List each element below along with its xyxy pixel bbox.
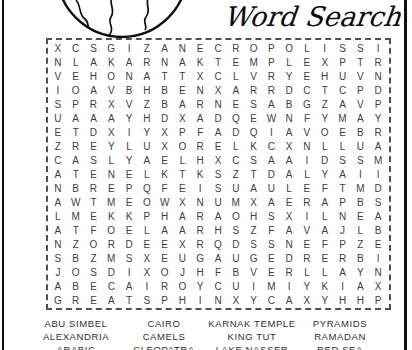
- grid-cell[interactable]: R: [138, 55, 156, 69]
- grid-cell[interactable]: E: [85, 293, 103, 307]
- grid-cell[interactable]: E: [156, 251, 174, 265]
- grid-cell[interactable]: R: [102, 237, 120, 251]
- grid-cell[interactable]: Q: [245, 125, 263, 139]
- grid-cell[interactable]: U: [227, 279, 245, 293]
- grid-cell[interactable]: X: [298, 293, 316, 307]
- grid-cell[interactable]: Y: [351, 265, 369, 279]
- grid-cell[interactable]: A: [138, 153, 156, 167]
- grid-cell[interactable]: S: [245, 97, 263, 111]
- grid-cell[interactable]: V: [351, 97, 369, 111]
- grid-cell[interactable]: R: [369, 125, 387, 139]
- grid-cell[interactable]: E: [298, 181, 316, 195]
- grid-cell[interactable]: S: [245, 237, 263, 251]
- grid-cell[interactable]: G: [298, 97, 316, 111]
- grid-cell[interactable]: P: [334, 195, 352, 209]
- grid-cell[interactable]: D: [85, 125, 103, 139]
- grid-cell[interactable]: H: [245, 209, 263, 223]
- grid-cell[interactable]: A: [85, 111, 103, 125]
- grid-cell[interactable]: Y: [245, 293, 263, 307]
- grid-cell[interactable]: L: [280, 181, 298, 195]
- grid-cell[interactable]: E: [85, 279, 103, 293]
- grid-cell[interactable]: I: [369, 251, 387, 265]
- grid-cell[interactable]: N: [334, 209, 352, 223]
- grid-cell[interactable]: T: [334, 181, 352, 195]
- grid-cell[interactable]: K: [316, 279, 334, 293]
- grid-cell[interactable]: K: [102, 209, 120, 223]
- grid-cell[interactable]: E: [85, 167, 103, 181]
- grid-cell[interactable]: O: [245, 41, 263, 55]
- grid-cell[interactable]: M: [227, 195, 245, 209]
- grid-cell[interactable]: P: [334, 237, 352, 251]
- grid-cell[interactable]: R: [85, 181, 103, 195]
- grid-cell[interactable]: Y: [298, 279, 316, 293]
- grid-cell[interactable]: F: [316, 181, 334, 195]
- grid-cell[interactable]: S: [49, 97, 67, 111]
- grid-cell[interactable]: Z: [316, 97, 334, 111]
- grid-cell[interactable]: I: [316, 41, 334, 55]
- grid-cell[interactable]: A: [191, 111, 209, 125]
- grid-cell[interactable]: Q: [227, 111, 245, 125]
- grid-cell[interactable]: Z: [351, 237, 369, 251]
- grid-cell[interactable]: U: [49, 111, 67, 125]
- grid-cell[interactable]: I: [191, 293, 209, 307]
- grid-cell[interactable]: C: [334, 83, 352, 97]
- grid-cell[interactable]: H: [209, 223, 227, 237]
- grid-cell[interactable]: T: [85, 195, 103, 209]
- grid-cell[interactable]: Z: [227, 167, 245, 181]
- grid-cell[interactable]: A: [49, 167, 67, 181]
- grid-cell[interactable]: F: [316, 237, 334, 251]
- grid-cell[interactable]: S: [351, 153, 369, 167]
- grid-cell[interactable]: Y: [191, 279, 209, 293]
- grid-cell[interactable]: M: [262, 279, 280, 293]
- grid-cell[interactable]: D: [280, 251, 298, 265]
- grid-cell[interactable]: I: [120, 265, 138, 279]
- grid-cell[interactable]: O: [156, 265, 174, 279]
- grid-cell[interactable]: T: [120, 293, 138, 307]
- grid-cell[interactable]: S: [85, 41, 103, 55]
- grid-cell[interactable]: L: [102, 153, 120, 167]
- grid-cell[interactable]: V: [102, 83, 120, 97]
- grid-cell[interactable]: Z: [138, 41, 156, 55]
- grid-cell[interactable]: D: [316, 153, 334, 167]
- grid-cell[interactable]: O: [227, 209, 245, 223]
- grid-cell[interactable]: U: [334, 69, 352, 83]
- grid-cell[interactable]: I: [262, 125, 280, 139]
- grid-cell[interactable]: R: [245, 83, 263, 97]
- grid-cell[interactable]: A: [85, 55, 103, 69]
- grid-cell[interactable]: M: [369, 153, 387, 167]
- grid-cell[interactable]: E: [262, 265, 280, 279]
- grid-cell[interactable]: L: [49, 209, 67, 223]
- grid-cell[interactable]: R: [280, 265, 298, 279]
- grid-cell[interactable]: R: [191, 139, 209, 153]
- grid-cell[interactable]: N: [156, 55, 174, 69]
- grid-cell[interactable]: L: [298, 41, 316, 55]
- grid-cell[interactable]: A: [102, 111, 120, 125]
- grid-cell[interactable]: E: [120, 223, 138, 237]
- grid-cell[interactable]: U: [351, 139, 369, 153]
- grid-cell[interactable]: I: [280, 279, 298, 293]
- grid-cell[interactable]: H: [138, 111, 156, 125]
- grid-cell[interactable]: R: [156, 279, 174, 293]
- grid-cell[interactable]: E: [85, 139, 103, 153]
- grid-cell[interactable]: L: [351, 223, 369, 237]
- grid-cell[interactable]: C: [209, 69, 227, 83]
- grid-cell[interactable]: L: [227, 139, 245, 153]
- grid-cell[interactable]: D: [369, 83, 387, 97]
- grid-cell[interactable]: K: [245, 139, 263, 153]
- grid-cell[interactable]: R: [67, 293, 85, 307]
- grid-cell[interactable]: S: [209, 181, 227, 195]
- grid-cell[interactable]: X: [102, 125, 120, 139]
- grid-cell[interactable]: C: [209, 279, 227, 293]
- grid-cell[interactable]: H: [316, 69, 334, 83]
- grid-cell[interactable]: E: [156, 237, 174, 251]
- grid-cell[interactable]: A: [174, 97, 192, 111]
- grid-cell[interactable]: I: [298, 209, 316, 223]
- grid-cell[interactable]: X: [49, 41, 67, 55]
- grid-cell[interactable]: R: [298, 251, 316, 265]
- grid-cell[interactable]: T: [351, 55, 369, 69]
- grid-cell[interactable]: P: [351, 83, 369, 97]
- grid-cell[interactable]: J: [49, 265, 67, 279]
- grid-cell[interactable]: H: [85, 69, 103, 83]
- grid-cell[interactable]: A: [280, 125, 298, 139]
- grid-cell[interactable]: Z: [138, 97, 156, 111]
- grid-cell[interactable]: U: [209, 195, 227, 209]
- grid-cell[interactable]: E: [227, 55, 245, 69]
- grid-cell[interactable]: S: [334, 41, 352, 55]
- grid-cell[interactable]: D: [227, 125, 245, 139]
- grid-cell[interactable]: S: [209, 167, 227, 181]
- grid-cell[interactable]: A: [174, 55, 192, 69]
- grid-cell[interactable]: U: [227, 181, 245, 195]
- grid-cell[interactable]: X: [138, 251, 156, 265]
- grid-cell[interactable]: D: [262, 167, 280, 181]
- grid-cell[interactable]: A: [262, 97, 280, 111]
- grid-cell[interactable]: A: [334, 265, 352, 279]
- grid-cell[interactable]: J: [334, 223, 352, 237]
- grid-cell[interactable]: C: [209, 41, 227, 55]
- grid-cell[interactable]: O: [102, 223, 120, 237]
- grid-cell[interactable]: A: [67, 111, 85, 125]
- grid-cell[interactable]: R: [227, 41, 245, 55]
- grid-cell[interactable]: X: [156, 139, 174, 153]
- grid-cell[interactable]: Y: [102, 139, 120, 153]
- grid-cell[interactable]: N: [102, 167, 120, 181]
- grid-cell[interactable]: E: [49, 125, 67, 139]
- grid-cell[interactable]: L: [280, 55, 298, 69]
- grid-cell[interactable]: O: [316, 125, 334, 139]
- grid-cell[interactable]: I: [191, 181, 209, 195]
- grid-cell[interactable]: A: [156, 223, 174, 237]
- grid-cell[interactable]: L: [334, 139, 352, 153]
- grid-cell[interactable]: T: [67, 223, 85, 237]
- grid-cell[interactable]: A: [351, 111, 369, 125]
- grid-cell[interactable]: I: [351, 167, 369, 181]
- grid-cell[interactable]: B: [120, 83, 138, 97]
- grid-cell[interactable]: N: [49, 181, 67, 195]
- grid-cell[interactable]: M: [102, 251, 120, 265]
- grid-cell[interactable]: A: [316, 223, 334, 237]
- grid-cell[interactable]: P: [120, 181, 138, 195]
- grid-cell[interactable]: I: [245, 279, 263, 293]
- grid-cell[interactable]: U: [138, 139, 156, 153]
- grid-cell[interactable]: R: [262, 83, 280, 97]
- grid-cell[interactable]: X: [369, 279, 387, 293]
- grid-cell[interactable]: S: [369, 195, 387, 209]
- grid-cell[interactable]: R: [262, 69, 280, 83]
- grid-cell[interactable]: N: [49, 55, 67, 69]
- grid-cell[interactable]: R: [191, 209, 209, 223]
- grid-cell[interactable]: N: [369, 265, 387, 279]
- grid-cell[interactable]: P: [334, 55, 352, 69]
- grid-cell[interactable]: K: [102, 55, 120, 69]
- grid-cell[interactable]: O: [67, 83, 85, 97]
- grid-cell[interactable]: X: [102, 97, 120, 111]
- grid-cell[interactable]: L: [298, 167, 316, 181]
- grid-cell[interactable]: T: [174, 167, 192, 181]
- grid-cell[interactable]: G: [191, 251, 209, 265]
- grid-cell[interactable]: B: [351, 251, 369, 265]
- grid-cell[interactable]: F: [209, 265, 227, 279]
- grid-cell[interactable]: D: [280, 83, 298, 97]
- grid-cell[interactable]: O: [280, 41, 298, 55]
- grid-cell[interactable]: A: [49, 195, 67, 209]
- grid-cell[interactable]: N: [280, 237, 298, 251]
- grid-cell[interactable]: L: [67, 55, 85, 69]
- grid-cell[interactable]: H: [174, 293, 192, 307]
- grid-cell[interactable]: E: [369, 237, 387, 251]
- grid-cell[interactable]: H: [334, 293, 352, 307]
- grid-cell[interactable]: N: [191, 83, 209, 97]
- grid-cell[interactable]: X: [174, 111, 192, 125]
- grid-cell[interactable]: T: [245, 167, 263, 181]
- grid-cell[interactable]: V: [120, 97, 138, 111]
- grid-cell[interactable]: A: [120, 279, 138, 293]
- grid-cell[interactable]: M: [334, 111, 352, 125]
- grid-cell[interactable]: A: [245, 181, 263, 195]
- grid-cell[interactable]: X: [174, 237, 192, 251]
- grid-cell[interactable]: A: [67, 153, 85, 167]
- grid-cell[interactable]: Y: [369, 111, 387, 125]
- grid-cell[interactable]: K: [156, 167, 174, 181]
- grid-cell[interactable]: T: [174, 69, 192, 83]
- grid-cell[interactable]: N: [369, 69, 387, 83]
- grid-cell[interactable]: R: [191, 237, 209, 251]
- grid-cell[interactable]: A: [120, 55, 138, 69]
- grid-cell[interactable]: E: [174, 83, 192, 97]
- grid-cell[interactable]: A: [280, 223, 298, 237]
- grid-cell[interactable]: Y: [316, 167, 334, 181]
- grid-cell[interactable]: E: [67, 69, 85, 83]
- grid-cell[interactable]: Q: [209, 237, 227, 251]
- grid-cell[interactable]: U: [174, 251, 192, 265]
- grid-cell[interactable]: F: [191, 125, 209, 139]
- grid-cell[interactable]: P: [67, 97, 85, 111]
- grid-cell[interactable]: X: [209, 83, 227, 97]
- grid-cell[interactable]: B: [67, 279, 85, 293]
- grid-cell[interactable]: U: [227, 251, 245, 265]
- grid-cell[interactable]: E: [262, 251, 280, 265]
- grid-cell[interactable]: P: [262, 41, 280, 55]
- grid-cell[interactable]: O: [102, 69, 120, 83]
- grid-cell[interactable]: A: [209, 251, 227, 265]
- grid-cell[interactable]: B: [351, 125, 369, 139]
- grid-cell[interactable]: S: [245, 153, 263, 167]
- grid-cell[interactable]: A: [334, 167, 352, 181]
- grid-cell[interactable]: H: [138, 83, 156, 97]
- grid-cell[interactable]: E: [85, 209, 103, 223]
- grid-cell[interactable]: N: [191, 195, 209, 209]
- grid-cell[interactable]: Y: [138, 125, 156, 139]
- grid-cell[interactable]: B: [369, 223, 387, 237]
- grid-cell[interactable]: C: [262, 139, 280, 153]
- grid-cell[interactable]: R: [191, 97, 209, 111]
- grid-cell[interactable]: T: [67, 167, 85, 181]
- grid-cell[interactable]: D: [102, 265, 120, 279]
- grid-cell[interactable]: B: [156, 83, 174, 97]
- grid-cell[interactable]: V: [245, 265, 263, 279]
- grid-cell[interactable]: F: [298, 111, 316, 125]
- grid-cell[interactable]: L: [174, 153, 192, 167]
- grid-cell[interactable]: G: [245, 251, 263, 265]
- grid-cell[interactable]: E: [120, 195, 138, 209]
- grid-cell[interactable]: O: [67, 265, 85, 279]
- grid-cell[interactable]: E: [298, 69, 316, 83]
- grid-cell[interactable]: E: [138, 237, 156, 251]
- grid-cell[interactable]: E: [174, 181, 192, 195]
- grid-cell[interactable]: A: [262, 195, 280, 209]
- grid-cell[interactable]: E: [191, 41, 209, 55]
- grid-cell[interactable]: Y: [316, 293, 334, 307]
- grid-cell[interactable]: I: [138, 279, 156, 293]
- grid-cell[interactable]: N: [120, 69, 138, 83]
- grid-cell[interactable]: X: [191, 69, 209, 83]
- grid-cell[interactable]: Z: [67, 237, 85, 251]
- grid-cell[interactable]: I: [369, 167, 387, 181]
- grid-cell[interactable]: E: [156, 153, 174, 167]
- grid-cell[interactable]: X: [227, 293, 245, 307]
- grid-cell[interactable]: N: [174, 41, 192, 55]
- grid-cell[interactable]: D: [227, 237, 245, 251]
- grid-cell[interactable]: O: [85, 237, 103, 251]
- grid-cell[interactable]: S: [138, 293, 156, 307]
- grid-cell[interactable]: N: [209, 97, 227, 111]
- grid-cell[interactable]: R: [85, 97, 103, 111]
- grid-cell[interactable]: M: [351, 181, 369, 195]
- grid-cell[interactable]: B: [351, 195, 369, 209]
- grid-cell[interactable]: Y: [120, 111, 138, 125]
- grid-cell[interactable]: S: [49, 251, 67, 265]
- grid-cell[interactable]: E: [102, 181, 120, 195]
- grid-cell[interactable]: T: [156, 69, 174, 83]
- grid-cell[interactable]: A: [262, 153, 280, 167]
- grid-cell[interactable]: A: [369, 139, 387, 153]
- grid-cell[interactable]: E: [280, 195, 298, 209]
- grid-cell[interactable]: S: [227, 223, 245, 237]
- grid-cell[interactable]: U: [262, 181, 280, 195]
- grid-cell[interactable]: J: [174, 265, 192, 279]
- grid-cell[interactable]: E: [227, 97, 245, 111]
- grid-cell[interactable]: O: [174, 139, 192, 153]
- grid-cell[interactable]: V: [298, 223, 316, 237]
- grid-cell[interactable]: X: [156, 125, 174, 139]
- grid-cell[interactable]: A: [280, 153, 298, 167]
- grid-cell[interactable]: L: [298, 265, 316, 279]
- grid-cell[interactable]: G: [49, 293, 67, 307]
- grid-cell[interactable]: P: [138, 209, 156, 223]
- grid-cell[interactable]: V: [49, 69, 67, 83]
- grid-cell[interactable]: A: [138, 69, 156, 83]
- grid-cell[interactable]: G: [102, 41, 120, 55]
- grid-cell[interactable]: B: [67, 251, 85, 265]
- grid-cell[interactable]: P: [369, 97, 387, 111]
- grid-cell[interactable]: Z: [245, 223, 263, 237]
- grid-cell[interactable]: W: [156, 195, 174, 209]
- grid-cell[interactable]: A: [49, 223, 67, 237]
- grid-cell[interactable]: Z: [49, 139, 67, 153]
- grid-cell[interactable]: K: [120, 209, 138, 223]
- grid-cell[interactable]: M: [245, 55, 263, 69]
- grid-cell[interactable]: I: [120, 125, 138, 139]
- grid-cell[interactable]: K: [191, 55, 209, 69]
- grid-cell[interactable]: R: [67, 139, 85, 153]
- grid-cell[interactable]: S: [334, 153, 352, 167]
- grid-cell[interactable]: L: [316, 265, 334, 279]
- grid-cell[interactable]: L: [138, 167, 156, 181]
- grid-cell[interactable]: L: [227, 69, 245, 83]
- grid-cell[interactable]: S: [85, 265, 103, 279]
- grid-cell[interactable]: Y: [316, 111, 334, 125]
- grid-cell[interactable]: I: [298, 153, 316, 167]
- grid-cell[interactable]: H: [191, 265, 209, 279]
- grid-cell[interactable]: S: [262, 209, 280, 223]
- grid-cell[interactable]: P: [156, 293, 174, 307]
- grid-cell[interactable]: E: [351, 209, 369, 223]
- grid-cell[interactable]: V: [245, 69, 263, 83]
- grid-cell[interactable]: I: [334, 279, 352, 293]
- grid-cell[interactable]: N: [49, 237, 67, 251]
- grid-cell[interactable]: F: [156, 181, 174, 195]
- grid-cell[interactable]: I: [49, 83, 67, 97]
- grid-cell[interactable]: R: [369, 55, 387, 69]
- grid-cell[interactable]: L: [316, 209, 334, 223]
- grid-cell[interactable]: P: [262, 55, 280, 69]
- grid-cell[interactable]: E: [209, 139, 227, 153]
- grid-cell[interactable]: A: [369, 209, 387, 223]
- grid-cell[interactable]: A: [209, 125, 227, 139]
- grid-cell[interactable]: X: [209, 153, 227, 167]
- grid-cell[interactable]: V: [298, 125, 316, 139]
- grid-cell[interactable]: C: [67, 41, 85, 55]
- grid-cell[interactable]: A: [280, 167, 298, 181]
- grid-cell[interactable]: H: [351, 293, 369, 307]
- grid-cell[interactable]: A: [209, 209, 227, 223]
- grid-cell[interactable]: T: [67, 125, 85, 139]
- grid-cell[interactable]: R: [334, 251, 352, 265]
- grid-cell[interactable]: N: [298, 139, 316, 153]
- grid-cell[interactable]: P: [174, 125, 192, 139]
- grid-cell[interactable]: X: [245, 195, 263, 209]
- grid-cell[interactable]: A: [85, 83, 103, 97]
- grid-cell[interactable]: N: [209, 293, 227, 307]
- grid-cell[interactable]: X: [280, 139, 298, 153]
- grid-cell[interactable]: M: [67, 209, 85, 223]
- grid-cell[interactable]: D: [209, 111, 227, 125]
- grid-cell[interactable]: T: [209, 55, 227, 69]
